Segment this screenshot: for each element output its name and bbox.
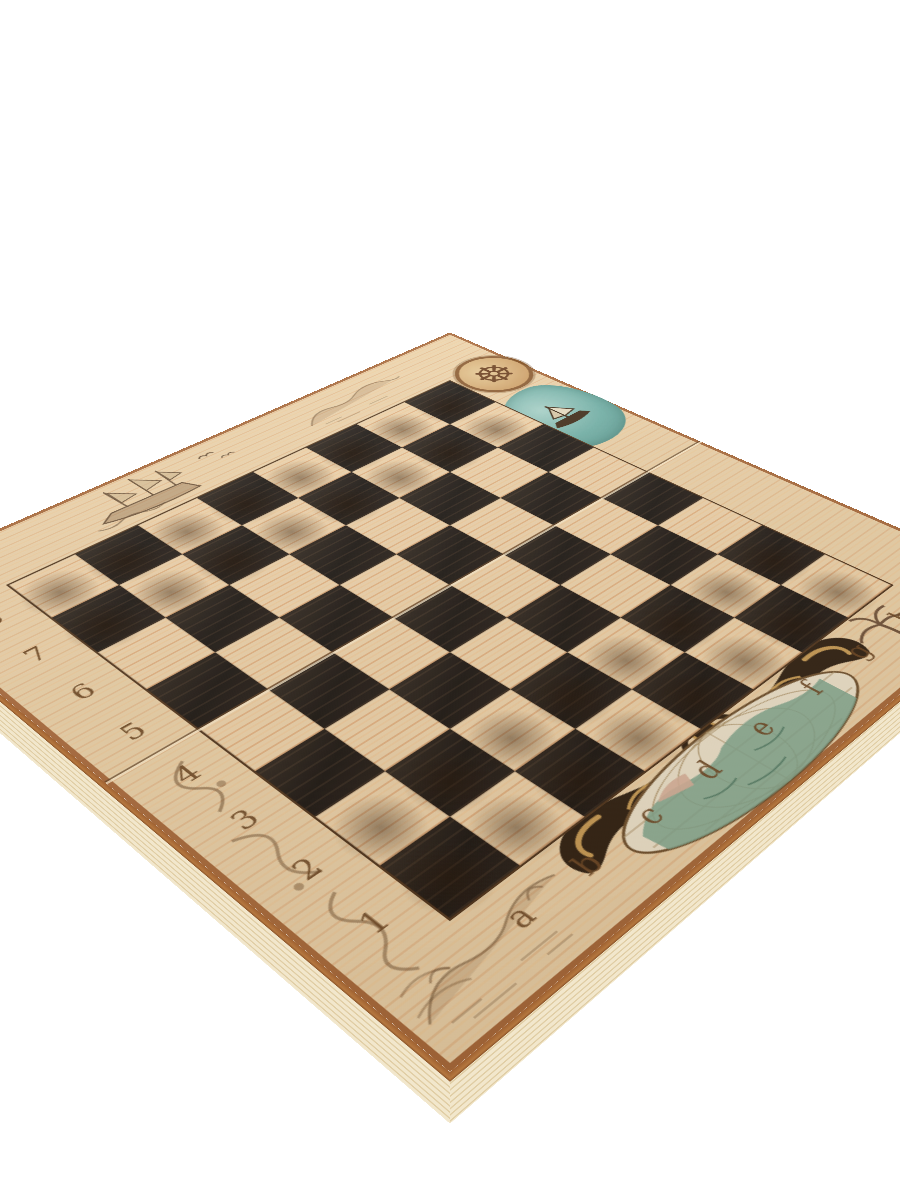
product-photo-page: ☸ — [0, 0, 900, 1200]
rook-glyph: ♜ — [332, 686, 568, 876]
pawn-glyph: ♟ — [13, 502, 205, 626]
chess-board: ☸ — [0, 332, 900, 1071]
